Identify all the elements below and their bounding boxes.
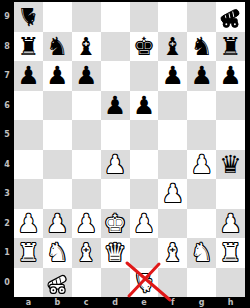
square-c8[interactable]: ♝ — [72, 32, 101, 62]
piece-white-rook[interactable]: ♜ — [17, 240, 39, 265]
square-a3[interactable] — [14, 179, 43, 209]
piece-black-pawn[interactable]: ♟ — [75, 63, 97, 88]
piece-black-knight[interactable]: ♞ — [46, 34, 68, 59]
square-d2[interactable]: ♚ — [101, 209, 130, 239]
square-d8[interactable] — [101, 32, 130, 62]
square-h8[interactable]: ♜ — [216, 32, 245, 62]
square-c2[interactable]: ♟ — [72, 209, 101, 239]
square-c6[interactable] — [72, 91, 101, 121]
square-f4[interactable] — [158, 150, 187, 180]
square-h7[interactable]: ♟ — [216, 61, 245, 91]
square-f1[interactable]: ♝ — [158, 238, 187, 268]
piece-black-pawn[interactable]: ♟ — [219, 63, 241, 88]
piece-black-king[interactable]: ♚ — [133, 34, 155, 59]
square-e7[interactable] — [130, 61, 159, 91]
piece-black-pawn[interactable]: ♟ — [190, 63, 212, 88]
square-a1[interactable]: ♜ — [14, 238, 43, 268]
square-a2[interactable]: ♟ — [14, 209, 43, 239]
square-e5[interactable] — [130, 120, 159, 150]
piece-white-bishop[interactable]: ♝ — [75, 240, 97, 265]
piece-white-nightrider[interactable]: ♞ — [133, 270, 155, 295]
square-d3[interactable] — [101, 179, 130, 209]
file-labels: abcdefgh — [14, 297, 245, 308]
rank-label-5: 5 — [0, 120, 14, 150]
square-b8[interactable]: ♞ — [43, 32, 72, 62]
square-d7[interactable] — [101, 61, 130, 91]
square-a8[interactable]: ♜ — [14, 32, 43, 62]
rank-label-1: 1 — [0, 238, 14, 268]
square-e1[interactable] — [130, 238, 159, 268]
piece-white-pawn[interactable]: ♟ — [162, 181, 184, 206]
square-e3[interactable] — [130, 179, 159, 209]
square-b3[interactable] — [43, 179, 72, 209]
square-h2[interactable]: ♟ — [216, 209, 245, 239]
square-f0[interactable] — [158, 268, 187, 298]
file-label-a: a — [14, 297, 43, 308]
square-h1[interactable]: ♜ — [216, 238, 245, 268]
piece-white-pawn[interactable]: ♟ — [133, 211, 155, 236]
rank-label-6: 6 — [0, 91, 14, 121]
piece-white-knight[interactable]: ♞ — [190, 240, 212, 265]
square-b6[interactable] — [43, 91, 72, 121]
square-c4[interactable] — [72, 150, 101, 180]
square-g0[interactable] — [187, 268, 216, 298]
square-g3[interactable] — [187, 179, 216, 209]
square-h0[interactable] — [216, 268, 245, 298]
piece-black-bishop[interactable]: ♝ — [162, 34, 184, 59]
file-label-h: h — [216, 297, 245, 308]
piece-white-pawn[interactable]: ♟ — [104, 152, 126, 177]
square-g7[interactable]: ♟ — [187, 61, 216, 91]
square-g5[interactable] — [187, 120, 216, 150]
square-c5[interactable] — [72, 120, 101, 150]
square-f3[interactable]: ♟ — [158, 179, 187, 209]
file-label-g: g — [187, 297, 216, 308]
square-g9[interactable] — [187, 2, 216, 32]
piece-black-nightrider[interactable]: ♞ — [17, 4, 39, 29]
square-e0[interactable]: ♞ — [130, 268, 159, 298]
square-a0[interactable] — [14, 268, 43, 298]
square-f6[interactable] — [158, 91, 187, 121]
piece-black-pawn[interactable]: ♟ — [17, 63, 39, 88]
square-b9[interactable] — [43, 2, 72, 32]
square-d4[interactable]: ♟ — [101, 150, 130, 180]
square-c1[interactable]: ♝ — [72, 238, 101, 268]
square-c7[interactable]: ♟ — [72, 61, 101, 91]
square-e9[interactable] — [130, 2, 159, 32]
square-c0[interactable] — [72, 268, 101, 298]
rank-label-9: 9 — [0, 2, 14, 32]
piece-black-cannon[interactable] — [218, 5, 243, 28]
piece-black-pawn[interactable]: ♟ — [104, 93, 126, 118]
square-h5[interactable] — [216, 120, 245, 150]
piece-white-bishop[interactable]: ♝ — [162, 240, 184, 265]
square-d9[interactable] — [101, 2, 130, 32]
piece-black-pawn[interactable]: ♟ — [162, 63, 184, 88]
square-d6[interactable]: ♟ — [101, 91, 130, 121]
square-b5[interactable] — [43, 120, 72, 150]
square-a7[interactable]: ♟ — [14, 61, 43, 91]
square-f8[interactable]: ♝ — [158, 32, 187, 62]
board-grid: ♞♜♞♝♚♝♞♜♟♟♟♟♟♟♟♟♟♟♛♟♟♟♟♚♟♟♜♞♝♛♝♞♜♞ — [14, 2, 245, 297]
rank-label-8: 8 — [0, 32, 14, 62]
square-b2[interactable]: ♟ — [43, 209, 72, 239]
piece-white-pawn[interactable]: ♟ — [17, 211, 39, 236]
square-b0[interactable] — [43, 268, 72, 298]
piece-white-rook[interactable]: ♜ — [219, 240, 241, 265]
piece-white-queen[interactable]: ♛ — [104, 240, 126, 265]
square-h6[interactable] — [216, 91, 245, 121]
piece-black-rook[interactable]: ♜ — [219, 34, 241, 59]
piece-black-bishop[interactable]: ♝ — [75, 34, 97, 59]
chess-diagram: 9876543210 ♞♜♞♝♚♝♞♜♟♟♟♟♟♟♟♟♟♟♛♟♟♟♟♚♟♟♜♞♝… — [0, 0, 250, 308]
rank-label-0: 0 — [0, 268, 14, 298]
square-c3[interactable] — [72, 179, 101, 209]
piece-black-knight[interactable]: ♞ — [190, 34, 212, 59]
rank-label-4: 4 — [0, 150, 14, 180]
piece-black-rook[interactable]: ♜ — [17, 34, 39, 59]
square-a9[interactable]: ♞ — [14, 2, 43, 32]
square-e8[interactable]: ♚ — [130, 32, 159, 62]
square-a6[interactable] — [14, 91, 43, 121]
file-label-d: d — [101, 297, 130, 308]
square-g6[interactable] — [187, 91, 216, 121]
rank-label-7: 7 — [0, 61, 14, 91]
rank-label-3: 3 — [0, 179, 14, 209]
piece-white-king[interactable]: ♚ — [104, 211, 126, 236]
piece-white-pawn[interactable]: ♟ — [75, 211, 97, 236]
piece-white-pawn[interactable]: ♟ — [190, 152, 212, 177]
piece-white-knight[interactable]: ♞ — [46, 240, 68, 265]
square-c9[interactable] — [72, 2, 101, 32]
file-label-e: e — [130, 297, 159, 308]
square-d0[interactable] — [101, 268, 130, 298]
square-d1[interactable]: ♛ — [101, 238, 130, 268]
rank-label-2: 2 — [0, 209, 14, 239]
square-e4[interactable] — [130, 150, 159, 180]
rank-labels: 9876543210 — [0, 2, 14, 297]
piece-black-queen[interactable]: ♛ — [219, 152, 241, 177]
file-label-f: f — [158, 297, 187, 308]
square-a4[interactable] — [14, 150, 43, 180]
square-g1[interactable]: ♞ — [187, 238, 216, 268]
piece-black-pawn[interactable]: ♟ — [133, 93, 155, 118]
square-f7[interactable]: ♟ — [158, 61, 187, 91]
square-g8[interactable]: ♞ — [187, 32, 216, 62]
square-h3[interactable] — [216, 179, 245, 209]
square-f5[interactable] — [158, 120, 187, 150]
piece-white-pawn[interactable]: ♟ — [219, 211, 241, 236]
square-a5[interactable] — [14, 120, 43, 150]
file-label-c: c — [72, 297, 101, 308]
square-g2[interactable] — [187, 209, 216, 239]
square-b7[interactable]: ♟ — [43, 61, 72, 91]
square-g4[interactable]: ♟ — [187, 150, 216, 180]
square-f9[interactable] — [158, 2, 187, 32]
square-h4[interactable]: ♛ — [216, 150, 245, 180]
square-f2[interactable] — [158, 209, 187, 239]
square-d5[interactable] — [101, 120, 130, 150]
piece-white-cannon[interactable] — [45, 271, 70, 294]
piece-white-pawn[interactable]: ♟ — [46, 211, 68, 236]
square-e6[interactable]: ♟ — [130, 91, 159, 121]
file-label-b: b — [43, 297, 72, 308]
piece-black-pawn[interactable]: ♟ — [46, 63, 68, 88]
square-b4[interactable] — [43, 150, 72, 180]
square-h9[interactable] — [216, 2, 245, 32]
square-e2[interactable]: ♟ — [130, 209, 159, 239]
square-b1[interactable]: ♞ — [43, 238, 72, 268]
